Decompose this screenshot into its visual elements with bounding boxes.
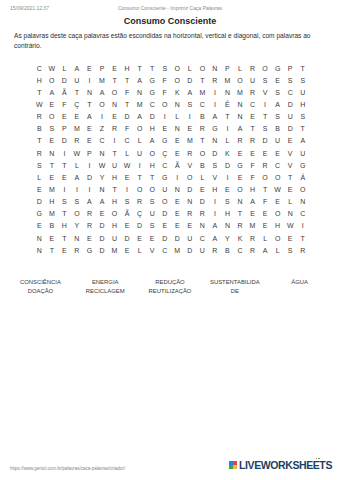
- grid-cell[interactable]: H: [121, 62, 134, 74]
- grid-cell[interactable]: E: [83, 232, 96, 244]
- grid-cell[interactable]: D: [221, 159, 234, 171]
- grid-cell[interactable]: O: [108, 86, 121, 98]
- grid-cell[interactable]: B: [33, 123, 46, 135]
- grid-cell[interactable]: W: [284, 220, 297, 232]
- grid-cell[interactable]: E: [83, 123, 96, 135]
- grid-cell[interactable]: T: [196, 135, 209, 147]
- grid-cell[interactable]: A: [96, 196, 109, 208]
- grid-cell[interactable]: A: [296, 135, 309, 147]
- grid-cell[interactable]: S: [284, 74, 297, 86]
- grid-cell[interactable]: S: [71, 196, 84, 208]
- grid-cell[interactable]: O: [158, 98, 171, 110]
- grid-cell[interactable]: W: [33, 98, 46, 110]
- grid-cell[interactable]: I: [184, 111, 197, 123]
- grid-cell[interactable]: E: [158, 220, 171, 232]
- grid-cell[interactable]: Ç: [71, 98, 84, 110]
- grid-cell[interactable]: R: [246, 62, 259, 74]
- grid-cell[interactable]: A: [96, 86, 109, 98]
- grid-cell[interactable]: A: [209, 111, 222, 123]
- grid-cell[interactable]: H: [246, 183, 259, 195]
- grid-cell[interactable]: I: [259, 98, 272, 110]
- grid-cell[interactable]: I: [83, 74, 96, 86]
- grid-cell[interactable]: W: [71, 147, 84, 159]
- grid-cell[interactable]: T: [284, 171, 297, 183]
- grid-cell[interactable]: O: [46, 111, 59, 123]
- grid-cell[interactable]: A: [133, 111, 146, 123]
- grid-cell[interactable]: Ã: [121, 208, 134, 220]
- grid-cell[interactable]: E: [259, 220, 272, 232]
- grid-cell[interactable]: N: [171, 98, 184, 110]
- grid-cell[interactable]: D: [96, 244, 109, 256]
- grid-cell[interactable]: N: [33, 244, 46, 256]
- grid-cell[interactable]: L: [196, 171, 209, 183]
- grid-cell[interactable]: S: [209, 159, 222, 171]
- grid-cell[interactable]: C: [96, 135, 109, 147]
- grid-cell[interactable]: L: [58, 62, 71, 74]
- grid-cell[interactable]: L: [71, 159, 84, 171]
- grid-cell[interactable]: A: [259, 244, 272, 256]
- grid-cell[interactable]: O: [296, 183, 309, 195]
- grid-cell[interactable]: E: [121, 244, 134, 256]
- grid-cell[interactable]: A: [133, 74, 146, 86]
- grid-cell[interactable]: O: [133, 183, 146, 195]
- grid-cell[interactable]: H: [33, 74, 46, 86]
- grid-cell[interactable]: D: [96, 220, 109, 232]
- grid-cell[interactable]: T: [108, 183, 121, 195]
- grid-cell[interactable]: I: [58, 147, 71, 159]
- grid-cell[interactable]: O: [96, 98, 109, 110]
- grid-cell[interactable]: D: [96, 232, 109, 244]
- grid-cell[interactable]: V: [284, 147, 297, 159]
- grid-cell[interactable]: Ã: [171, 159, 184, 171]
- grid-cell[interactable]: T: [33, 86, 46, 98]
- grid-cell[interactable]: S: [296, 74, 309, 86]
- grid-cell[interactable]: T: [296, 123, 309, 135]
- grid-cell[interactable]: A: [83, 111, 96, 123]
- grid-cell[interactable]: O: [146, 183, 159, 195]
- grid-cell[interactable]: L: [284, 196, 297, 208]
- grid-cell[interactable]: U: [246, 74, 259, 86]
- grid-cell[interactable]: T: [296, 62, 309, 74]
- grid-cell[interactable]: E: [171, 135, 184, 147]
- grid-cell[interactable]: N: [171, 183, 184, 195]
- grid-cell[interactable]: E: [46, 171, 59, 183]
- grid-cell[interactable]: D: [284, 98, 297, 110]
- grid-cell[interactable]: Y: [221, 232, 234, 244]
- grid-cell[interactable]: D: [121, 232, 134, 244]
- grid-cell[interactable]: E: [71, 111, 84, 123]
- grid-cell[interactable]: S: [284, 244, 297, 256]
- grid-cell[interactable]: R: [133, 196, 146, 208]
- grid-cell[interactable]: O: [146, 147, 159, 159]
- grid-cell[interactable]: M: [46, 183, 59, 195]
- grid-cell[interactable]: E: [184, 123, 197, 135]
- grid-cell[interactable]: T: [71, 86, 84, 98]
- grid-cell[interactable]: N: [96, 147, 109, 159]
- grid-cell[interactable]: T: [133, 171, 146, 183]
- grid-cell[interactable]: E: [146, 232, 159, 244]
- grid-cell[interactable]: R: [296, 244, 309, 256]
- grid-cell[interactable]: Ç: [158, 147, 171, 159]
- grid-cell[interactable]: I: [209, 208, 222, 220]
- grid-cell[interactable]: E: [158, 123, 171, 135]
- grid-cell[interactable]: W: [271, 183, 284, 195]
- grid-cell[interactable]: F: [158, 86, 171, 98]
- grid-cell[interactable]: M: [184, 135, 197, 147]
- grid-cell[interactable]: E: [259, 147, 272, 159]
- grid-cell[interactable]: D: [184, 244, 197, 256]
- grid-cell[interactable]: D: [158, 232, 171, 244]
- grid-cell[interactable]: L: [221, 135, 234, 147]
- grid-cell[interactable]: G: [209, 123, 222, 135]
- grid-cell[interactable]: I: [296, 220, 309, 232]
- grid-cell[interactable]: E: [234, 171, 247, 183]
- grid-cell[interactable]: U: [296, 147, 309, 159]
- grid-cell[interactable]: E: [246, 111, 259, 123]
- grid-cell[interactable]: E: [259, 208, 272, 220]
- grid-cell[interactable]: H: [108, 196, 121, 208]
- grid-cell[interactable]: G: [234, 159, 247, 171]
- grid-cell[interactable]: V: [284, 159, 297, 171]
- grid-cell[interactable]: C: [158, 244, 171, 256]
- grid-cell[interactable]: D: [158, 208, 171, 220]
- grid-cell[interactable]: T: [108, 74, 121, 86]
- grid-cell[interactable]: R: [196, 123, 209, 135]
- grid-cell[interactable]: T: [108, 147, 121, 159]
- grid-cell[interactable]: E: [171, 208, 184, 220]
- grid-cell[interactable]: U: [71, 74, 84, 86]
- grid-cell[interactable]: R: [246, 232, 259, 244]
- grid-cell[interactable]: D: [133, 220, 146, 232]
- grid-cell[interactable]: M: [196, 86, 209, 98]
- grid-cell[interactable]: S: [271, 86, 284, 98]
- grid-cell[interactable]: N: [284, 208, 297, 220]
- grid-cell[interactable]: M: [234, 86, 247, 98]
- grid-cell[interactable]: C: [158, 159, 171, 171]
- grid-cell[interactable]: U: [146, 208, 159, 220]
- grid-cell[interactable]: E: [246, 147, 259, 159]
- grid-cell[interactable]: O: [271, 208, 284, 220]
- grid-cell[interactable]: N: [108, 98, 121, 110]
- grid-cell[interactable]: D: [209, 147, 222, 159]
- grid-cell[interactable]: N: [184, 196, 197, 208]
- grid-cell[interactable]: U: [196, 244, 209, 256]
- grid-cell[interactable]: R: [184, 208, 197, 220]
- grid-cell[interactable]: C: [196, 232, 209, 244]
- grid-cell[interactable]: A: [246, 196, 259, 208]
- grid-cell[interactable]: T: [234, 208, 247, 220]
- grid-cell[interactable]: E: [184, 220, 197, 232]
- grid-cell[interactable]: C: [234, 244, 247, 256]
- grid-cell[interactable]: U: [158, 183, 171, 195]
- grid-cell[interactable]: R: [184, 147, 197, 159]
- grid-cell[interactable]: H: [108, 220, 121, 232]
- grid-cell[interactable]: E: [58, 171, 71, 183]
- grid-cell[interactable]: N: [234, 196, 247, 208]
- grid-cell[interactable]: A: [234, 123, 247, 135]
- grid-cell[interactable]: W: [121, 159, 134, 171]
- grid-cell[interactable]: L: [184, 62, 197, 74]
- grid-cell[interactable]: V: [209, 171, 222, 183]
- grid-cell[interactable]: Y: [71, 220, 84, 232]
- grid-cell[interactable]: A: [46, 86, 59, 98]
- grid-cell[interactable]: E: [271, 147, 284, 159]
- grid-cell[interactable]: M: [221, 74, 234, 86]
- grid-cell[interactable]: S: [221, 196, 234, 208]
- grid-cell[interactable]: F: [246, 171, 259, 183]
- grid-cell[interactable]: A: [184, 86, 197, 98]
- grid-cell[interactable]: C: [284, 86, 297, 98]
- grid-cell[interactable]: E: [171, 147, 184, 159]
- grid-cell[interactable]: O: [196, 147, 209, 159]
- grid-cell[interactable]: E: [108, 62, 121, 74]
- grid-cell[interactable]: T: [121, 98, 134, 110]
- grid-cell[interactable]: S: [271, 111, 284, 123]
- grid-cell[interactable]: R: [33, 111, 46, 123]
- grid-cell[interactable]: E: [196, 183, 209, 195]
- grid-cell[interactable]: Ê: [221, 98, 234, 110]
- grid-cell[interactable]: O: [171, 62, 184, 74]
- grid-cell[interactable]: N: [234, 111, 247, 123]
- grid-cell[interactable]: T: [221, 111, 234, 123]
- grid-cell[interactable]: G: [271, 62, 284, 74]
- grid-cell[interactable]: F: [246, 159, 259, 171]
- grid-cell[interactable]: P: [284, 62, 297, 74]
- grid-cell[interactable]: T: [33, 135, 46, 147]
- grid-cell[interactable]: C: [33, 62, 46, 74]
- grid-cell[interactable]: I: [209, 86, 222, 98]
- grid-cell[interactable]: G: [146, 74, 159, 86]
- grid-cell[interactable]: O: [234, 183, 247, 195]
- grid-cell[interactable]: M: [108, 244, 121, 256]
- grid-cell[interactable]: B: [271, 123, 284, 135]
- grid-cell[interactable]: T: [259, 111, 272, 123]
- grid-cell[interactable]: R: [71, 244, 84, 256]
- grid-cell[interactable]: H: [58, 220, 71, 232]
- grid-cell[interactable]: D: [184, 183, 197, 195]
- grid-cell[interactable]: E: [46, 232, 59, 244]
- grid-cell[interactable]: R: [246, 244, 259, 256]
- grid-cell[interactable]: N: [133, 86, 146, 98]
- grid-cell[interactable]: R: [234, 220, 247, 232]
- grid-cell[interactable]: H: [271, 220, 284, 232]
- grid-cell[interactable]: L: [133, 244, 146, 256]
- grid-cell[interactable]: T: [259, 183, 272, 195]
- grid-cell[interactable]: E: [171, 220, 184, 232]
- grid-cell[interactable]: T: [246, 123, 259, 135]
- grid-cell[interactable]: I: [121, 183, 134, 195]
- grid-cell[interactable]: O: [271, 171, 284, 183]
- grid-cell[interactable]: M: [71, 123, 84, 135]
- grid-cell[interactable]: N: [221, 86, 234, 98]
- grid-cell[interactable]: E: [234, 147, 247, 159]
- grid-cell[interactable]: F: [58, 98, 71, 110]
- grid-cell[interactable]: E: [271, 196, 284, 208]
- grid-cell[interactable]: O: [259, 62, 272, 74]
- grid-cell[interactable]: T: [58, 208, 71, 220]
- grid-cell[interactable]: R: [259, 159, 272, 171]
- grid-cell[interactable]: T: [146, 62, 159, 74]
- grid-cell[interactable]: Ã: [58, 86, 71, 98]
- grid-cell[interactable]: L: [171, 111, 184, 123]
- grid-cell[interactable]: R: [209, 74, 222, 86]
- grid-cell[interactable]: U: [271, 135, 284, 147]
- grid-cell[interactable]: K: [234, 232, 247, 244]
- grid-cell[interactable]: L: [33, 171, 46, 183]
- grid-cell[interactable]: S: [259, 123, 272, 135]
- grid-cell[interactable]: A: [271, 98, 284, 110]
- grid-cell[interactable]: F: [121, 86, 134, 98]
- grid-cell[interactable]: S: [146, 220, 159, 232]
- grid-cell[interactable]: C: [196, 98, 209, 110]
- grid-cell[interactable]: O: [158, 196, 171, 208]
- grid-cell[interactable]: C: [296, 208, 309, 220]
- grid-cell[interactable]: A: [209, 232, 222, 244]
- grid-cell[interactable]: C: [271, 159, 284, 171]
- grid-cell[interactable]: D: [284, 123, 297, 135]
- grid-cell[interactable]: H: [108, 171, 121, 183]
- grid-cell[interactable]: S: [158, 62, 171, 74]
- grid-cell[interactable]: I: [83, 159, 96, 171]
- grid-cell[interactable]: R: [83, 208, 96, 220]
- grid-cell[interactable]: D: [259, 135, 272, 147]
- grid-cell[interactable]: T: [58, 159, 71, 171]
- grid-cell[interactable]: N: [209, 62, 222, 74]
- grid-cell[interactable]: H: [296, 98, 309, 110]
- grid-cell[interactable]: A: [71, 171, 84, 183]
- grid-cell[interactable]: T: [296, 232, 309, 244]
- grid-cell[interactable]: E: [83, 135, 96, 147]
- grid-cell[interactable]: R: [83, 220, 96, 232]
- grid-cell[interactable]: M: [171, 244, 184, 256]
- grid-cell[interactable]: P: [58, 123, 71, 135]
- grid-cell[interactable]: E: [221, 183, 234, 195]
- grid-cell[interactable]: F: [158, 74, 171, 86]
- grid-cell[interactable]: E: [58, 111, 71, 123]
- grid-cell[interactable]: N: [221, 220, 234, 232]
- grid-cell[interactable]: E: [58, 244, 71, 256]
- grid-cell[interactable]: D: [184, 74, 197, 86]
- grid-cell[interactable]: S: [296, 111, 309, 123]
- grid-cell[interactable]: S: [184, 98, 197, 110]
- grid-cell[interactable]: R: [246, 135, 259, 147]
- grid-cell[interactable]: S: [33, 159, 46, 171]
- grid-cell[interactable]: Ç: [133, 208, 146, 220]
- grid-cell[interactable]: G: [158, 135, 171, 147]
- grid-cell[interactable]: E: [121, 171, 134, 183]
- grid-cell[interactable]: B: [221, 244, 234, 256]
- grid-cell[interactable]: I: [209, 98, 222, 110]
- grid-cell[interactable]: N: [209, 135, 222, 147]
- grid-cell[interactable]: B: [196, 111, 209, 123]
- grid-cell[interactable]: U: [133, 147, 146, 159]
- grid-cell[interactable]: G: [33, 208, 46, 220]
- grid-cell[interactable]: C: [121, 135, 134, 147]
- grid-cell[interactable]: O: [133, 123, 146, 135]
- grid-cell[interactable]: A: [71, 62, 84, 74]
- grid-cell[interactable]: P: [96, 62, 109, 74]
- grid-cell[interactable]: H: [46, 196, 59, 208]
- grid-cell[interactable]: N: [71, 232, 84, 244]
- grid-cell[interactable]: O: [259, 171, 272, 183]
- grid-cell[interactable]: S: [146, 196, 159, 208]
- grid-cell[interactable]: A: [209, 220, 222, 232]
- grid-cell[interactable]: S: [121, 196, 134, 208]
- grid-cell[interactable]: E: [46, 98, 59, 110]
- grid-cell[interactable]: D: [58, 74, 71, 86]
- grid-cell[interactable]: I: [83, 183, 96, 195]
- grid-cell[interactable]: H: [221, 208, 234, 220]
- grid-cell[interactable]: G: [83, 244, 96, 256]
- grid-cell[interactable]: D: [33, 196, 46, 208]
- grid-cell[interactable]: L: [259, 232, 272, 244]
- grid-cell[interactable]: R: [71, 135, 84, 147]
- grid-cell[interactable]: E: [284, 183, 297, 195]
- grid-cell[interactable]: M: [133, 98, 146, 110]
- grid-cell[interactable]: E: [96, 208, 109, 220]
- grid-cell[interactable]: U: [184, 232, 197, 244]
- grid-cell[interactable]: E: [83, 62, 96, 74]
- grid-cell[interactable]: I: [58, 183, 71, 195]
- grid-cell[interactable]: T: [146, 171, 159, 183]
- grid-cell[interactable]: E: [171, 196, 184, 208]
- grid-cell[interactable]: T: [46, 244, 59, 256]
- grid-cell[interactable]: R: [108, 123, 121, 135]
- grid-cell[interactable]: A: [146, 135, 159, 147]
- grid-cell[interactable]: V: [259, 86, 272, 98]
- grid-cell[interactable]: O: [196, 62, 209, 74]
- grid-cell[interactable]: U: [296, 86, 309, 98]
- grid-cell[interactable]: E: [284, 135, 297, 147]
- grid-cell[interactable]: U: [284, 111, 297, 123]
- grid-cell[interactable]: T: [133, 62, 146, 74]
- grid-cell[interactable]: U: [108, 159, 121, 171]
- grid-cell[interactable]: N: [33, 232, 46, 244]
- grid-cell[interactable]: E: [108, 111, 121, 123]
- grid-cell[interactable]: G: [146, 86, 159, 98]
- grid-cell[interactable]: L: [271, 244, 284, 256]
- grid-cell[interactable]: L: [234, 62, 247, 74]
- grid-cell[interactable]: C: [246, 98, 259, 110]
- grid-cell[interactable]: N: [96, 183, 109, 195]
- grid-cell[interactable]: D: [83, 171, 96, 183]
- grid-cell[interactable]: D: [58, 135, 71, 147]
- grid-cell[interactable]: M: [96, 74, 109, 86]
- grid-cell[interactable]: B: [196, 159, 209, 171]
- grid-cell[interactable]: R: [33, 147, 46, 159]
- grid-cell[interactable]: I: [96, 111, 109, 123]
- grid-cell[interactable]: A: [83, 196, 96, 208]
- grid-cell[interactable]: E: [46, 135, 59, 147]
- grid-cell[interactable]: T: [83, 98, 96, 110]
- grid-cell[interactable]: G: [296, 159, 309, 171]
- grid-cell[interactable]: W: [96, 159, 109, 171]
- grid-cell[interactable]: O: [46, 74, 59, 86]
- grid-cell[interactable]: R: [234, 135, 247, 147]
- grid-cell[interactable]: M: [246, 220, 259, 232]
- grid-cell[interactable]: L: [133, 135, 146, 147]
- grid-cell[interactable]: D: [146, 111, 159, 123]
- grid-cell[interactable]: S: [46, 123, 59, 135]
- grid-cell[interactable]: E: [271, 74, 284, 86]
- grid-cell[interactable]: S: [259, 74, 272, 86]
- grid-cell[interactable]: Z: [96, 123, 109, 135]
- grid-cell[interactable]: V: [184, 159, 197, 171]
- grid-cell[interactable]: F: [121, 123, 134, 135]
- grid-cell[interactable]: N: [83, 86, 96, 98]
- grid-cell[interactable]: N: [296, 196, 309, 208]
- grid-cell[interactable]: W: [46, 62, 59, 74]
